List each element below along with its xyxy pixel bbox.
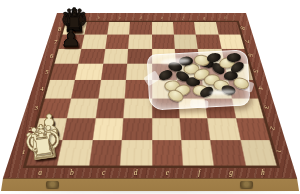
square-d2 — [122, 118, 152, 140]
square-d8 — [129, 22, 151, 35]
square-b5 — [75, 64, 103, 80]
clasp-icon — [240, 181, 253, 188]
rank-label-left-4: 4 — [40, 85, 43, 92]
piece-white-rook-a1: ♜ — [26, 127, 62, 166]
file-label-top-f: f — [182, 14, 183, 19]
square-b6 — [79, 49, 105, 64]
square-c8 — [107, 22, 130, 35]
square-g7 — [196, 35, 221, 49]
rank-label-right-4: 4 — [257, 86, 264, 90]
square-d1 — [120, 140, 151, 165]
square-e7 — [152, 35, 175, 49]
square-c5 — [101, 64, 128, 80]
square-b4 — [72, 80, 101, 98]
square-c6 — [103, 49, 128, 64]
square-f2 — [180, 118, 211, 140]
square-c2 — [92, 118, 123, 140]
file-label-e: e — [166, 167, 169, 176]
square-e8 — [152, 22, 174, 35]
square-a6 — [55, 49, 82, 64]
square-h2 — [236, 118, 270, 140]
product-photo-chess-set: abcdefghabcdefgh8765432187654321 ♜♞♝♛♚♝♞… — [0, 0, 300, 194]
square-f7 — [174, 35, 198, 49]
rank-label-left-6: 6 — [50, 52, 53, 59]
rank-label-right-7: 7 — [244, 39, 251, 43]
rank-label-right-5: 5 — [252, 69, 259, 73]
file-label-top-d: d — [140, 14, 142, 19]
file-label-top-e: e — [161, 14, 163, 19]
file-label-d: d — [134, 167, 138, 176]
square-h7 — [218, 35, 244, 49]
square-b3 — [67, 98, 98, 118]
square-c3 — [95, 98, 124, 118]
square-c1 — [89, 140, 122, 165]
rank-label-left-7: 7 — [54, 37, 57, 44]
square-b2 — [63, 118, 96, 140]
square-g8 — [194, 22, 218, 35]
square-d3 — [123, 98, 151, 118]
square-c4 — [98, 80, 126, 98]
file-label-g: g — [229, 167, 233, 176]
square-a4 — [45, 80, 75, 98]
square-c7 — [105, 35, 129, 49]
file-label-h: h — [261, 167, 265, 176]
square-e2 — [152, 118, 182, 140]
file-label-b: b — [70, 167, 74, 176]
rank-label-right-8: 8 — [240, 26, 247, 30]
square-a5 — [50, 64, 79, 80]
file-label-top-g: g — [203, 14, 205, 19]
rank-label-right-3: 3 — [263, 105, 270, 109]
file-label-top-c: c — [119, 14, 121, 19]
file-label-top-h: h — [224, 14, 226, 19]
bag-plastic-flap — [190, 99, 209, 109]
checkers-bag — [147, 49, 251, 110]
rank-label-right-2: 2 — [269, 126, 276, 130]
square-f1 — [181, 140, 214, 165]
square-h8 — [216, 22, 241, 35]
file-label-f: f — [198, 167, 200, 176]
square-e1 — [152, 140, 183, 165]
square-f8 — [173, 22, 196, 35]
rank-label-right-1: 1 — [276, 149, 283, 153]
file-label-c: c — [102, 167, 105, 176]
piece-black-pawn-a7: ♟ — [61, 26, 81, 49]
clasp-icon — [46, 181, 59, 188]
file-label-top-b: b — [98, 14, 100, 19]
square-d7 — [128, 35, 151, 49]
rank-label-left-5: 5 — [45, 67, 48, 74]
rank-label-right-6: 6 — [248, 53, 255, 57]
